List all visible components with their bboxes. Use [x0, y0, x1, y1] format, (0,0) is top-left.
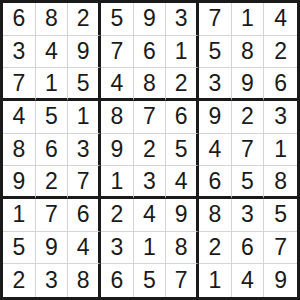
cell-r1c4[interactable]: 5: [101, 3, 134, 36]
sudoku-board: 6825937143497615827154823964518769238639…: [0, 0, 300, 300]
cell-r1c1[interactable]: 6: [3, 3, 36, 36]
sudoku-page: 6825937143497615827154823964518769238639…: [0, 0, 300, 300]
cell-r6c6[interactable]: 4: [166, 166, 199, 199]
cell-r3c6[interactable]: 2: [166, 68, 199, 101]
cell-r5c7[interactable]: 4: [199, 134, 232, 167]
cell-r1c8[interactable]: 1: [232, 3, 265, 36]
cell-r6c5[interactable]: 3: [134, 166, 167, 199]
cell-r4c4[interactable]: 8: [101, 101, 134, 134]
cell-r5c1[interactable]: 8: [3, 134, 36, 167]
cell-r3c4[interactable]: 4: [101, 68, 134, 101]
cell-r5c9[interactable]: 1: [264, 134, 297, 167]
cell-r7c1[interactable]: 1: [3, 199, 36, 232]
cell-r2c6[interactable]: 1: [166, 36, 199, 69]
cell-r2c4[interactable]: 7: [101, 36, 134, 69]
cell-r5c2[interactable]: 6: [36, 134, 69, 167]
cell-r2c3[interactable]: 9: [68, 36, 101, 69]
cell-r9c2[interactable]: 3: [36, 264, 69, 297]
cell-r3c2[interactable]: 1: [36, 68, 69, 101]
cell-r8c4[interactable]: 3: [101, 232, 134, 265]
cell-r2c8[interactable]: 8: [232, 36, 265, 69]
cell-r4c3[interactable]: 1: [68, 101, 101, 134]
cell-r4c2[interactable]: 5: [36, 101, 69, 134]
cell-r3c5[interactable]: 8: [134, 68, 167, 101]
cell-r4c7[interactable]: 9: [199, 101, 232, 134]
cell-r2c2[interactable]: 4: [36, 36, 69, 69]
cell-r1c3[interactable]: 2: [68, 3, 101, 36]
cell-r1c2[interactable]: 8: [36, 3, 69, 36]
cell-r3c1[interactable]: 7: [3, 68, 36, 101]
cell-r6c4[interactable]: 1: [101, 166, 134, 199]
cell-r8c6[interactable]: 8: [166, 232, 199, 265]
cell-r5c5[interactable]: 2: [134, 134, 167, 167]
cell-r5c8[interactable]: 7: [232, 134, 265, 167]
cell-r2c9[interactable]: 2: [264, 36, 297, 69]
cell-r8c7[interactable]: 2: [199, 232, 232, 265]
cell-r6c2[interactable]: 2: [36, 166, 69, 199]
cell-r6c1[interactable]: 9: [3, 166, 36, 199]
cell-r8c2[interactable]: 9: [36, 232, 69, 265]
cell-r9c7[interactable]: 1: [199, 264, 232, 297]
cell-r8c9[interactable]: 7: [264, 232, 297, 265]
cell-r4c9[interactable]: 3: [264, 101, 297, 134]
cell-r9c1[interactable]: 2: [3, 264, 36, 297]
cell-r9c9[interactable]: 9: [264, 264, 297, 297]
cell-r7c4[interactable]: 2: [101, 199, 134, 232]
cell-r2c5[interactable]: 6: [134, 36, 167, 69]
cell-r7c6[interactable]: 9: [166, 199, 199, 232]
cell-r9c5[interactable]: 5: [134, 264, 167, 297]
cell-r1c5[interactable]: 9: [134, 3, 167, 36]
cell-r6c9[interactable]: 8: [264, 166, 297, 199]
cell-r9c6[interactable]: 7: [166, 264, 199, 297]
cell-r7c5[interactable]: 4: [134, 199, 167, 232]
cell-r1c9[interactable]: 4: [264, 3, 297, 36]
cell-r9c4[interactable]: 6: [101, 264, 134, 297]
cell-r2c7[interactable]: 5: [199, 36, 232, 69]
cell-r7c7[interactable]: 8: [199, 199, 232, 232]
cell-r5c4[interactable]: 9: [101, 134, 134, 167]
cell-r4c5[interactable]: 7: [134, 101, 167, 134]
cell-r3c9[interactable]: 6: [264, 68, 297, 101]
cell-r5c3[interactable]: 3: [68, 134, 101, 167]
cell-r5c6[interactable]: 5: [166, 134, 199, 167]
cell-r2c1[interactable]: 3: [3, 36, 36, 69]
cell-r3c3[interactable]: 5: [68, 68, 101, 101]
cell-r8c8[interactable]: 6: [232, 232, 265, 265]
cell-r4c8[interactable]: 2: [232, 101, 265, 134]
cell-r4c1[interactable]: 4: [3, 101, 36, 134]
cell-r1c7[interactable]: 7: [199, 3, 232, 36]
cell-r9c8[interactable]: 4: [232, 264, 265, 297]
cell-r7c9[interactable]: 5: [264, 199, 297, 232]
cell-r8c5[interactable]: 1: [134, 232, 167, 265]
cell-r8c3[interactable]: 4: [68, 232, 101, 265]
cell-r6c3[interactable]: 7: [68, 166, 101, 199]
cell-r6c7[interactable]: 6: [199, 166, 232, 199]
cell-r1c6[interactable]: 3: [166, 3, 199, 36]
cell-r3c8[interactable]: 9: [232, 68, 265, 101]
cell-r7c2[interactable]: 7: [36, 199, 69, 232]
cell-r4c6[interactable]: 6: [166, 101, 199, 134]
cell-r3c7[interactable]: 3: [199, 68, 232, 101]
cell-r6c8[interactable]: 5: [232, 166, 265, 199]
cell-r7c3[interactable]: 6: [68, 199, 101, 232]
cell-r8c1[interactable]: 5: [3, 232, 36, 265]
cell-r9c3[interactable]: 8: [68, 264, 101, 297]
cell-r7c8[interactable]: 3: [232, 199, 265, 232]
